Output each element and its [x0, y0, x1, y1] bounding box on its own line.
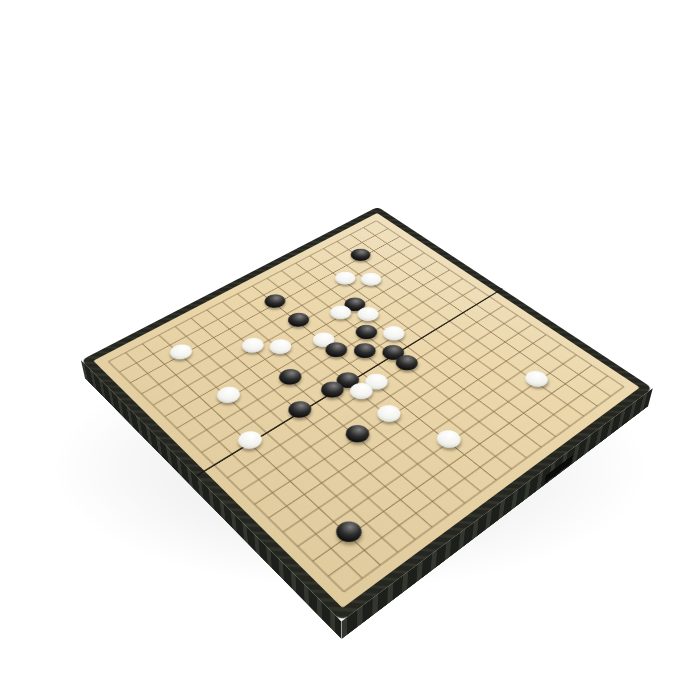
- white-stone: [265, 337, 295, 358]
- white-stone: [521, 368, 553, 390]
- black-stone: [351, 322, 381, 342]
- white-stone: [212, 383, 244, 406]
- black-stone: [347, 246, 375, 263]
- white-stone: [433, 427, 466, 452]
- product-photo-scene: [0, 0, 700, 700]
- black-stone: [341, 422, 374, 446]
- white-stone: [357, 270, 385, 288]
- black-stone: [284, 310, 314, 330]
- white-stone: [166, 341, 196, 362]
- black-stone: [274, 366, 305, 388]
- black-stone: [261, 291, 290, 310]
- white-stone: [379, 323, 409, 343]
- white-stone: [373, 402, 405, 426]
- white-stone: [331, 269, 359, 287]
- white-stone: [238, 335, 268, 356]
- black-stone: [331, 518, 367, 547]
- black-stone: [349, 340, 380, 361]
